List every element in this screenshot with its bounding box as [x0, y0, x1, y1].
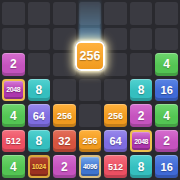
board-cell[interactable]: 4 — [155, 53, 178, 76]
board-cell[interactable] — [53, 79, 76, 102]
board-cell[interactable]: 2 — [53, 155, 76, 178]
board-cell[interactable]: 8 — [130, 155, 153, 178]
falling-tile-value: 256 — [80, 49, 101, 63]
board-cell[interactable] — [104, 79, 127, 102]
board-cell[interactable]: 16 — [155, 155, 178, 178]
board-cell[interactable] — [28, 28, 51, 51]
board-cell[interactable]: 256 — [53, 104, 76, 127]
board-cell[interactable]: 8 — [130, 79, 153, 102]
board-cell[interactable]: 2 — [130, 104, 153, 127]
tile-4096[interactable]: 4096 — [79, 155, 102, 178]
tile-256[interactable]: 256 — [104, 104, 127, 127]
tile-256[interactable]: 256 — [53, 104, 76, 127]
tile-4[interactable]: 4 — [155, 53, 178, 76]
tile-2[interactable]: 2 — [130, 104, 153, 127]
board-cell[interactable]: 256 — [79, 130, 102, 153]
board-cell[interactable]: 2048 — [130, 130, 153, 153]
board-cell[interactable]: 1024 — [28, 155, 51, 178]
tile-4[interactable]: 4 — [2, 155, 25, 178]
board-cell[interactable] — [53, 53, 76, 76]
board-cell[interactable]: 2 — [2, 53, 25, 76]
board-cell[interactable] — [28, 2, 51, 25]
tile-512[interactable]: 512 — [104, 155, 127, 178]
board-cell[interactable] — [104, 53, 127, 76]
tile-2048[interactable]: 2048 — [2, 79, 25, 102]
board-cell[interactable]: 512 — [104, 155, 127, 178]
board-cell[interactable]: 64 — [28, 104, 51, 127]
board-cell[interactable] — [104, 2, 127, 25]
board-cell[interactable]: 2048 — [2, 79, 25, 102]
tile-8[interactable]: 8 — [28, 79, 51, 102]
board-cell[interactable]: 4096 — [79, 155, 102, 178]
board-cell[interactable]: 64 — [104, 130, 127, 153]
tile-64[interactable]: 64 — [104, 130, 127, 153]
tile-512[interactable]: 512 — [2, 130, 25, 153]
board-cell[interactable]: 16 — [155, 79, 178, 102]
board-cell[interactable] — [104, 28, 127, 51]
tile-2[interactable]: 2 — [2, 53, 25, 76]
tile-16[interactable]: 16 — [155, 79, 178, 102]
board-cell[interactable] — [2, 2, 25, 25]
board-cell[interactable]: 4 — [2, 104, 25, 127]
board-cell[interactable] — [53, 28, 76, 51]
tile-1024[interactable]: 1024 — [28, 155, 51, 178]
board-cell[interactable]: 4 — [155, 104, 178, 127]
board-cell[interactable] — [2, 28, 25, 51]
tile-8[interactable]: 8 — [130, 79, 153, 102]
game-board: 2420488816464256256245128322566420482410… — [0, 0, 180, 180]
board-cell[interactable] — [53, 2, 76, 25]
tile-2[interactable]: 2 — [155, 130, 178, 153]
tile-256[interactable]: 256 — [79, 130, 102, 153]
tile-8[interactable]: 8 — [130, 155, 153, 178]
board-cell[interactable] — [28, 53, 51, 76]
tile-4[interactable]: 4 — [155, 104, 178, 127]
board-cell[interactable]: 512 — [2, 130, 25, 153]
board-cell[interactable]: 32 — [53, 130, 76, 153]
tile-32[interactable]: 32 — [53, 130, 76, 153]
board-cell[interactable]: 4 — [2, 155, 25, 178]
board-cell[interactable] — [130, 2, 153, 25]
board-cell[interactable] — [155, 2, 178, 25]
tile-16[interactable]: 16 — [155, 155, 178, 178]
board-cell[interactable] — [79, 104, 102, 127]
tile-8[interactable]: 8 — [28, 130, 51, 153]
board-cell[interactable]: 8 — [28, 79, 51, 102]
board-cell[interactable] — [130, 53, 153, 76]
board-cell[interactable] — [130, 28, 153, 51]
board-cell[interactable] — [79, 79, 102, 102]
tile-2048[interactable]: 2048 — [130, 130, 153, 153]
tile-2[interactable]: 2 — [53, 155, 76, 178]
board-cell[interactable]: 2 — [155, 130, 178, 153]
board-cell[interactable]: 8 — [28, 130, 51, 153]
tile-4[interactable]: 4 — [2, 104, 25, 127]
tile-64[interactable]: 64 — [28, 104, 51, 127]
drop-beam-indicator — [79, 0, 101, 46]
board-cell[interactable] — [155, 28, 178, 51]
falling-tile[interactable]: 256 — [75, 41, 105, 71]
board-cell[interactable]: 256 — [104, 104, 127, 127]
